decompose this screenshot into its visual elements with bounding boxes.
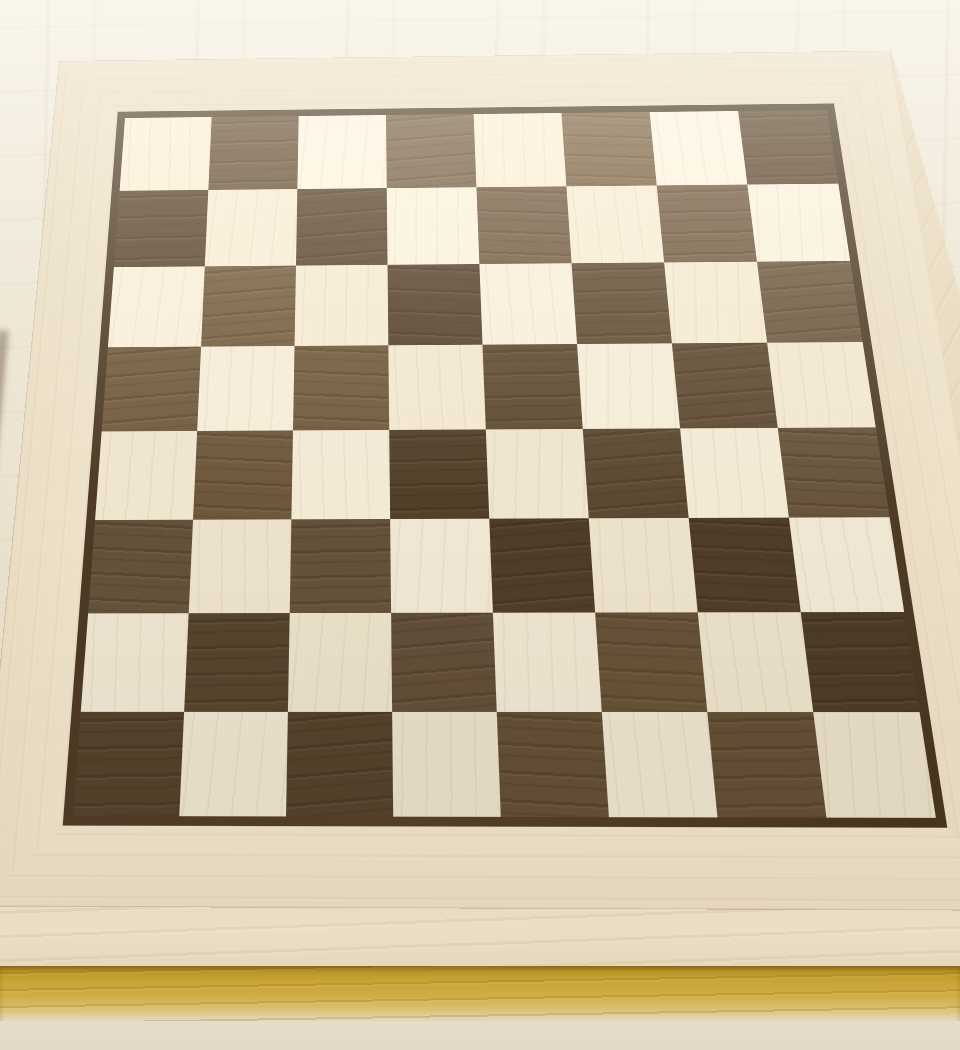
square-c7[interactable] bbox=[296, 188, 388, 265]
square-b6[interactable] bbox=[201, 266, 296, 347]
square-c2[interactable] bbox=[288, 613, 392, 712]
square-f2[interactable] bbox=[595, 612, 707, 712]
square-g8[interactable] bbox=[650, 111, 748, 185]
square-d2[interactable] bbox=[391, 613, 497, 712]
square-d3[interactable] bbox=[390, 519, 493, 613]
square-e8[interactable] bbox=[474, 113, 567, 187]
square-c1[interactable] bbox=[286, 712, 393, 817]
chess-board bbox=[0, 51, 960, 909]
square-g2[interactable] bbox=[698, 612, 814, 712]
square-g4[interactable] bbox=[680, 428, 789, 518]
square-g6[interactable] bbox=[664, 262, 767, 344]
square-h8[interactable] bbox=[738, 110, 838, 185]
square-f7[interactable] bbox=[566, 185, 664, 263]
square-d1[interactable] bbox=[392, 712, 501, 817]
square-f5[interactable] bbox=[577, 343, 680, 429]
square-f3[interactable] bbox=[589, 518, 698, 613]
square-d6[interactable] bbox=[388, 264, 483, 345]
square-c8[interactable] bbox=[297, 115, 386, 189]
square-e6[interactable] bbox=[479, 263, 577, 344]
square-f1[interactable] bbox=[602, 712, 718, 817]
square-b8[interactable] bbox=[208, 116, 298, 190]
square-c5[interactable] bbox=[293, 345, 389, 430]
square-h2[interactable] bbox=[801, 612, 920, 712]
square-a4[interactable] bbox=[95, 431, 197, 520]
square-h4[interactable] bbox=[778, 427, 890, 517]
square-a1[interactable] bbox=[73, 712, 184, 816]
square-b7[interactable] bbox=[205, 189, 298, 266]
square-h6[interactable] bbox=[757, 261, 863, 343]
square-h7[interactable] bbox=[747, 184, 850, 262]
square-a3[interactable] bbox=[88, 520, 193, 614]
table-front-strip bbox=[0, 1021, 960, 1050]
square-a2[interactable] bbox=[81, 613, 189, 712]
square-d8[interactable] bbox=[386, 114, 476, 188]
square-b3[interactable] bbox=[189, 519, 292, 613]
square-d7[interactable] bbox=[387, 187, 480, 265]
square-b1[interactable] bbox=[179, 712, 288, 817]
square-h3[interactable] bbox=[789, 517, 904, 612]
board-grid bbox=[73, 110, 936, 818]
square-d5[interactable] bbox=[388, 345, 485, 430]
square-h1[interactable] bbox=[813, 712, 936, 818]
square-e4[interactable] bbox=[486, 429, 589, 519]
square-f8[interactable] bbox=[561, 112, 656, 186]
square-e2[interactable] bbox=[493, 613, 602, 712]
square-c3[interactable] bbox=[290, 519, 391, 613]
square-d4[interactable] bbox=[389, 429, 489, 519]
board-frame-bottom bbox=[0, 825, 960, 909]
board-side-edge bbox=[0, 966, 960, 1022]
square-a8[interactable] bbox=[120, 117, 212, 191]
square-e3[interactable] bbox=[489, 518, 595, 612]
square-g3[interactable] bbox=[689, 518, 801, 613]
square-g5[interactable] bbox=[672, 343, 778, 429]
square-a7[interactable] bbox=[114, 190, 208, 267]
square-b2[interactable] bbox=[184, 613, 290, 712]
square-e5[interactable] bbox=[483, 344, 583, 429]
square-g7[interactable] bbox=[657, 185, 757, 263]
square-e7[interactable] bbox=[476, 186, 571, 264]
square-c6[interactable] bbox=[295, 265, 389, 346]
square-c4[interactable] bbox=[291, 430, 390, 519]
table-surface bbox=[0, 0, 960, 1050]
square-h5[interactable] bbox=[767, 342, 876, 428]
square-b4[interactable] bbox=[193, 430, 293, 519]
square-a6[interactable] bbox=[108, 266, 205, 347]
square-b5[interactable] bbox=[197, 346, 294, 431]
square-f4[interactable] bbox=[583, 428, 689, 518]
square-e1[interactable] bbox=[497, 712, 609, 817]
board-front-apron bbox=[0, 902, 960, 968]
square-a5[interactable] bbox=[102, 347, 201, 432]
square-g1[interactable] bbox=[707, 712, 826, 818]
square-f6[interactable] bbox=[572, 262, 672, 344]
